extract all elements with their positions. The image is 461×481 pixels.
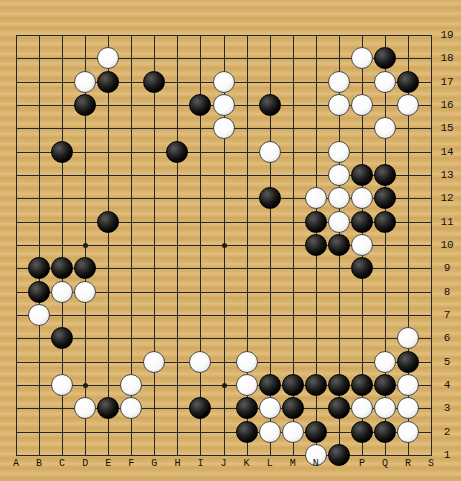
white-stone[interactable]: [328, 94, 350, 116]
grid-hline: [16, 315, 432, 316]
black-stone[interactable]: [189, 397, 211, 419]
white-stone[interactable]: [28, 304, 50, 326]
black-stone[interactable]: [97, 397, 119, 419]
row-label: 11: [440, 216, 453, 228]
white-stone[interactable]: [51, 374, 73, 396]
black-stone[interactable]: [51, 141, 73, 163]
row-label: 7: [444, 309, 451, 321]
star-point: [83, 383, 88, 388]
black-stone[interactable]: [328, 234, 350, 256]
black-stone[interactable]: [374, 187, 396, 209]
white-stone[interactable]: [328, 187, 350, 209]
white-stone[interactable]: [351, 187, 373, 209]
white-stone[interactable]: [397, 421, 419, 443]
row-label: 4: [444, 379, 451, 391]
black-stone[interactable]: [282, 397, 304, 419]
black-stone[interactable]: [351, 374, 373, 396]
star-point: [83, 243, 88, 248]
white-stone[interactable]: [328, 141, 350, 163]
black-stone[interactable]: [328, 397, 350, 419]
black-stone[interactable]: [351, 257, 373, 279]
white-stone[interactable]: [236, 374, 258, 396]
black-stone[interactable]: [328, 374, 350, 396]
black-stone[interactable]: [351, 211, 373, 233]
row-label: 5: [444, 356, 451, 368]
column-label: R: [405, 458, 411, 469]
white-stone[interactable]: [259, 141, 281, 163]
black-stone[interactable]: [374, 47, 396, 69]
black-stone[interactable]: [351, 164, 373, 186]
white-stone[interactable]: [351, 234, 373, 256]
black-stone[interactable]: [305, 234, 327, 256]
white-stone[interactable]: [213, 94, 235, 116]
white-stone[interactable]: [74, 281, 96, 303]
row-label: 2: [444, 426, 451, 438]
row-label: 9: [444, 262, 451, 274]
white-stone[interactable]: [143, 351, 165, 373]
black-stone[interactable]: [305, 211, 327, 233]
grid-hline: [16, 455, 432, 456]
black-stone[interactable]: [259, 374, 281, 396]
black-stone[interactable]: [259, 187, 281, 209]
row-label: 16: [440, 99, 453, 111]
white-stone[interactable]: [51, 281, 73, 303]
white-stone[interactable]: [97, 47, 119, 69]
column-label: G: [151, 458, 157, 469]
black-stone[interactable]: [51, 327, 73, 349]
row-label: 15: [440, 122, 453, 134]
black-stone[interactable]: [397, 71, 419, 93]
white-stone[interactable]: [328, 164, 350, 186]
row-label: 8: [444, 286, 451, 298]
column-label: S: [428, 458, 434, 469]
black-stone[interactable]: [236, 421, 258, 443]
black-stone[interactable]: [282, 374, 304, 396]
white-stone[interactable]: [259, 421, 281, 443]
white-stone[interactable]: [259, 397, 281, 419]
white-stone[interactable]: [397, 94, 419, 116]
column-label: J: [221, 458, 227, 469]
row-label: 19: [440, 29, 453, 41]
column-label: A: [13, 458, 19, 469]
column-label: B: [36, 458, 42, 469]
star-point: [222, 383, 227, 388]
black-stone[interactable]: [143, 71, 165, 93]
column-label: M: [290, 458, 296, 469]
black-stone[interactable]: [28, 257, 50, 279]
row-label: 17: [440, 76, 453, 88]
white-stone[interactable]: [351, 94, 373, 116]
black-stone[interactable]: [74, 94, 96, 116]
white-stone[interactable]: [397, 374, 419, 396]
column-label: C: [59, 458, 65, 469]
black-stone[interactable]: [28, 281, 50, 303]
column-label: P: [359, 458, 365, 469]
black-stone[interactable]: [259, 94, 281, 116]
black-stone[interactable]: [305, 374, 327, 396]
white-stone[interactable]: [213, 117, 235, 139]
white-stone[interactable]: [351, 397, 373, 419]
white-stone[interactable]: [189, 351, 211, 373]
column-label: Q: [382, 458, 388, 469]
black-stone[interactable]: [51, 257, 73, 279]
black-stone[interactable]: [189, 94, 211, 116]
column-label: D: [82, 458, 88, 469]
column-label: O: [336, 458, 342, 469]
row-label: 12: [440, 192, 453, 204]
white-stone[interactable]: [374, 351, 396, 373]
grid-hline: [16, 362, 432, 363]
column-label: E: [105, 458, 111, 469]
white-stone[interactable]: [120, 374, 142, 396]
row-label: 18: [440, 52, 453, 64]
black-stone[interactable]: [374, 421, 396, 443]
column-label: L: [267, 458, 273, 469]
column-label: H: [174, 458, 180, 469]
white-stone[interactable]: [305, 187, 327, 209]
black-stone[interactable]: [374, 164, 396, 186]
white-stone[interactable]: [74, 397, 96, 419]
row-label: 3: [444, 402, 451, 414]
black-stone[interactable]: [166, 141, 188, 163]
white-stone[interactable]: [351, 47, 373, 69]
black-stone[interactable]: [305, 421, 327, 443]
black-stone[interactable]: [374, 374, 396, 396]
black-stone[interactable]: [374, 211, 396, 233]
grid-vline: [431, 35, 432, 456]
white-stone[interactable]: [328, 211, 350, 233]
row-label: 10: [440, 239, 453, 251]
white-stone[interactable]: [213, 71, 235, 93]
white-stone[interactable]: [374, 71, 396, 93]
white-stone[interactable]: [74, 71, 96, 93]
column-label: N: [313, 458, 319, 469]
white-stone[interactable]: [397, 327, 419, 349]
star-point: [222, 243, 227, 248]
black-stone[interactable]: [397, 351, 419, 373]
black-stone[interactable]: [236, 397, 258, 419]
row-label: 1: [444, 449, 451, 461]
black-stone[interactable]: [74, 257, 96, 279]
white-stone[interactable]: [328, 71, 350, 93]
black-stone[interactable]: [351, 421, 373, 443]
black-stone[interactable]: [97, 71, 119, 93]
white-stone[interactable]: [374, 397, 396, 419]
white-stone[interactable]: [282, 421, 304, 443]
white-stone[interactable]: [236, 351, 258, 373]
row-label: 6: [444, 332, 451, 344]
column-label: K: [244, 458, 250, 469]
white-stone[interactable]: [374, 117, 396, 139]
white-stone[interactable]: [397, 397, 419, 419]
row-label: 14: [440, 146, 453, 158]
column-label: F: [128, 458, 134, 469]
column-label: I: [197, 458, 203, 469]
white-stone[interactable]: [120, 397, 142, 419]
black-stone[interactable]: [97, 211, 119, 233]
go-board[interactable]: ABCDEFGHIJKLMNOPQRS 19181716151413121110…: [0, 0, 461, 481]
grid-hline: [16, 338, 432, 339]
row-label: 13: [440, 169, 453, 181]
